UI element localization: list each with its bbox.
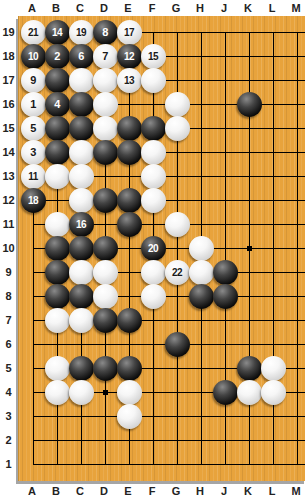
intersection-A19[interactable]: 21 xyxy=(21,20,45,44)
intersection-C14[interactable] xyxy=(69,140,93,164)
stone-D16[interactable] xyxy=(93,92,118,117)
intersection-A13[interactable]: 11 xyxy=(21,164,45,188)
intersection-B5[interactable] xyxy=(45,356,69,380)
intersection-E17[interactable]: 13 xyxy=(117,68,141,92)
stone-B9[interactable] xyxy=(45,260,70,285)
intersection-K11[interactable] xyxy=(237,212,261,236)
stone-H9[interactable] xyxy=(189,260,214,285)
intersection-G19[interactable] xyxy=(165,20,189,44)
intersection-F12[interactable] xyxy=(141,188,165,212)
intersection-H3[interactable] xyxy=(189,404,213,428)
intersection-J19[interactable] xyxy=(213,20,237,44)
intersection-K3[interactable] xyxy=(237,404,261,428)
intersection-E6[interactable] xyxy=(117,332,141,356)
intersection-F4[interactable] xyxy=(141,380,165,404)
intersection-J1[interactable] xyxy=(213,452,237,476)
intersection-L12[interactable] xyxy=(261,188,285,212)
intersection-D7[interactable] xyxy=(93,308,117,332)
intersection-E1[interactable] xyxy=(117,452,141,476)
intersection-L5[interactable] xyxy=(261,356,285,380)
stone-C18[interactable]: 6 xyxy=(69,44,94,69)
stone-D7[interactable] xyxy=(93,308,118,333)
intersection-M2[interactable] xyxy=(285,428,305,452)
stone-K5[interactable] xyxy=(237,356,262,381)
intersection-K9[interactable] xyxy=(237,260,261,284)
intersection-D14[interactable] xyxy=(93,140,117,164)
stone-D17[interactable] xyxy=(93,68,118,93)
stone-B14[interactable] xyxy=(45,140,70,165)
stone-A18[interactable]: 10 xyxy=(21,44,46,69)
stone-F13[interactable] xyxy=(141,164,166,189)
stone-H8[interactable] xyxy=(189,284,214,309)
intersection-C11[interactable]: 16 xyxy=(69,212,93,236)
intersection-E4[interactable] xyxy=(117,380,141,404)
stone-B4[interactable] xyxy=(45,380,70,405)
intersection-G3[interactable] xyxy=(165,404,189,428)
intersection-H4[interactable] xyxy=(189,380,213,404)
intersection-D4[interactable] xyxy=(93,380,117,404)
intersection-L18[interactable] xyxy=(261,44,285,68)
stone-B16[interactable]: 4 xyxy=(45,92,70,117)
stone-C11[interactable]: 16 xyxy=(69,212,94,237)
intersection-H17[interactable] xyxy=(189,68,213,92)
intersection-B18[interactable]: 2 xyxy=(45,44,69,68)
intersection-B9[interactable] xyxy=(45,260,69,284)
intersection-J6[interactable] xyxy=(213,332,237,356)
intersection-G2[interactable] xyxy=(165,428,189,452)
stone-D10[interactable] xyxy=(93,236,118,261)
stone-E19[interactable]: 17 xyxy=(117,20,142,45)
stone-G6[interactable] xyxy=(165,332,190,357)
stone-G9[interactable]: 22 xyxy=(165,260,190,285)
intersection-G7[interactable] xyxy=(165,308,189,332)
intersection-J14[interactable] xyxy=(213,140,237,164)
stone-E5[interactable] xyxy=(117,356,142,381)
intersection-L14[interactable] xyxy=(261,140,285,164)
intersection-L2[interactable] xyxy=(261,428,285,452)
intersection-L15[interactable] xyxy=(261,116,285,140)
intersection-J11[interactable] xyxy=(213,212,237,236)
intersection-L13[interactable] xyxy=(261,164,285,188)
intersection-D12[interactable] xyxy=(93,188,117,212)
intersection-M14[interactable] xyxy=(285,140,305,164)
intersection-G17[interactable] xyxy=(165,68,189,92)
stone-A19[interactable]: 21 xyxy=(21,20,46,45)
intersection-F14[interactable] xyxy=(141,140,165,164)
stone-E14[interactable] xyxy=(117,140,142,165)
intersection-B13[interactable] xyxy=(45,164,69,188)
intersection-K17[interactable] xyxy=(237,68,261,92)
stone-E12[interactable] xyxy=(117,188,142,213)
intersection-D10[interactable] xyxy=(93,236,117,260)
intersection-A15[interactable]: 5 xyxy=(21,116,45,140)
stone-F18[interactable]: 15 xyxy=(141,44,166,69)
intersection-A2[interactable] xyxy=(21,428,45,452)
intersection-C16[interactable] xyxy=(69,92,93,116)
intersection-C10[interactable] xyxy=(69,236,93,260)
intersection-B3[interactable] xyxy=(45,404,69,428)
intersection-G18[interactable] xyxy=(165,44,189,68)
intersection-H15[interactable] xyxy=(189,116,213,140)
intersection-J3[interactable] xyxy=(213,404,237,428)
intersection-C1[interactable] xyxy=(69,452,93,476)
intersection-D3[interactable] xyxy=(93,404,117,428)
intersection-M10[interactable] xyxy=(285,236,305,260)
stone-D9[interactable] xyxy=(93,260,118,285)
intersection-C7[interactable] xyxy=(69,308,93,332)
stone-F15[interactable] xyxy=(141,116,166,141)
stone-J8[interactable] xyxy=(213,284,238,309)
intersection-A16[interactable]: 1 xyxy=(21,92,45,116)
intersection-D13[interactable] xyxy=(93,164,117,188)
stone-E3[interactable] xyxy=(117,404,142,429)
intersection-C17[interactable] xyxy=(69,68,93,92)
intersection-H12[interactable] xyxy=(189,188,213,212)
stone-G15[interactable] xyxy=(165,116,190,141)
intersection-A3[interactable] xyxy=(21,404,45,428)
stone-B13[interactable] xyxy=(45,164,70,189)
stone-D18[interactable]: 7 xyxy=(93,44,118,69)
intersection-J4[interactable] xyxy=(213,380,237,404)
intersection-K10[interactable] xyxy=(237,236,261,260)
stone-F9[interactable] xyxy=(141,260,166,285)
intersection-M5[interactable] xyxy=(285,356,305,380)
intersection-E19[interactable]: 17 xyxy=(117,20,141,44)
intersection-C5[interactable] xyxy=(69,356,93,380)
intersection-D8[interactable] xyxy=(93,284,117,308)
intersection-J15[interactable] xyxy=(213,116,237,140)
stone-J4[interactable] xyxy=(213,380,238,405)
stone-C14[interactable] xyxy=(69,140,94,165)
intersection-J2[interactable] xyxy=(213,428,237,452)
intersection-L11[interactable] xyxy=(261,212,285,236)
intersection-C6[interactable] xyxy=(69,332,93,356)
stone-B5[interactable] xyxy=(45,356,70,381)
stone-C12[interactable] xyxy=(69,188,94,213)
intersection-F8[interactable] xyxy=(141,284,165,308)
intersection-F6[interactable] xyxy=(141,332,165,356)
intersection-F17[interactable] xyxy=(141,68,165,92)
intersection-M17[interactable] xyxy=(285,68,305,92)
intersection-A10[interactable] xyxy=(21,236,45,260)
intersection-M12[interactable] xyxy=(285,188,305,212)
stone-E15[interactable] xyxy=(117,116,142,141)
intersection-K4[interactable] xyxy=(237,380,261,404)
intersection-J16[interactable] xyxy=(213,92,237,116)
intersection-G12[interactable] xyxy=(165,188,189,212)
intersection-J18[interactable] xyxy=(213,44,237,68)
intersection-B11[interactable] xyxy=(45,212,69,236)
stone-B17[interactable] xyxy=(45,68,70,93)
stone-B7[interactable] xyxy=(45,308,70,333)
intersection-H19[interactable] xyxy=(189,20,213,44)
intersection-L6[interactable] xyxy=(261,332,285,356)
intersection-G6[interactable] xyxy=(165,332,189,356)
stone-K16[interactable] xyxy=(237,92,262,117)
stone-D19[interactable]: 8 xyxy=(93,20,118,45)
intersection-D16[interactable] xyxy=(93,92,117,116)
intersection-B4[interactable] xyxy=(45,380,69,404)
stone-A16[interactable]: 1 xyxy=(21,92,46,117)
intersection-C3[interactable] xyxy=(69,404,93,428)
intersection-H13[interactable] xyxy=(189,164,213,188)
intersection-K1[interactable] xyxy=(237,452,261,476)
intersection-A12[interactable]: 18 xyxy=(21,188,45,212)
intersection-H7[interactable] xyxy=(189,308,213,332)
intersection-G10[interactable] xyxy=(165,236,189,260)
intersection-K8[interactable] xyxy=(237,284,261,308)
intersection-L8[interactable] xyxy=(261,284,285,308)
stone-H10[interactable] xyxy=(189,236,214,261)
intersection-B7[interactable] xyxy=(45,308,69,332)
intersection-A11[interactable] xyxy=(21,212,45,236)
intersection-J5[interactable] xyxy=(213,356,237,380)
intersection-G5[interactable] xyxy=(165,356,189,380)
stone-G16[interactable] xyxy=(165,92,190,117)
intersection-C9[interactable] xyxy=(69,260,93,284)
intersection-B15[interactable] xyxy=(45,116,69,140)
intersection-K6[interactable] xyxy=(237,332,261,356)
intersection-D5[interactable] xyxy=(93,356,117,380)
intersection-F16[interactable] xyxy=(141,92,165,116)
intersection-C19[interactable]: 19 xyxy=(69,20,93,44)
intersection-H18[interactable] xyxy=(189,44,213,68)
intersection-G8[interactable] xyxy=(165,284,189,308)
stone-D5[interactable] xyxy=(93,356,118,381)
intersection-A5[interactable] xyxy=(21,356,45,380)
intersection-M7[interactable] xyxy=(285,308,305,332)
stone-D14[interactable] xyxy=(93,140,118,165)
intersection-A4[interactable] xyxy=(21,380,45,404)
intersection-D6[interactable] xyxy=(93,332,117,356)
intersection-A9[interactable] xyxy=(21,260,45,284)
intersection-C8[interactable] xyxy=(69,284,93,308)
stone-C5[interactable] xyxy=(69,356,94,381)
intersection-H6[interactable] xyxy=(189,332,213,356)
intersection-A14[interactable]: 3 xyxy=(21,140,45,164)
intersection-D11[interactable] xyxy=(93,212,117,236)
intersection-G4[interactable] xyxy=(165,380,189,404)
intersection-B8[interactable] xyxy=(45,284,69,308)
stone-F12[interactable] xyxy=(141,188,166,213)
intersection-G1[interactable] xyxy=(165,452,189,476)
intersection-F2[interactable] xyxy=(141,428,165,452)
intersection-K13[interactable] xyxy=(237,164,261,188)
intersection-F5[interactable] xyxy=(141,356,165,380)
stone-B11[interactable] xyxy=(45,212,70,237)
intersection-C13[interactable] xyxy=(69,164,93,188)
intersection-G14[interactable] xyxy=(165,140,189,164)
stone-B18[interactable]: 2 xyxy=(45,44,70,69)
stone-C17[interactable] xyxy=(69,68,94,93)
intersection-L16[interactable] xyxy=(261,92,285,116)
intersection-C15[interactable] xyxy=(69,116,93,140)
intersection-F13[interactable] xyxy=(141,164,165,188)
stone-J9[interactable] xyxy=(213,260,238,285)
stone-C7[interactable] xyxy=(69,308,94,333)
intersection-B2[interactable] xyxy=(45,428,69,452)
intersection-D1[interactable] xyxy=(93,452,117,476)
stone-A14[interactable]: 3 xyxy=(21,140,46,165)
stone-F10[interactable]: 20 xyxy=(141,236,166,261)
intersection-L19[interactable] xyxy=(261,20,285,44)
intersection-D17[interactable] xyxy=(93,68,117,92)
intersection-E12[interactable] xyxy=(117,188,141,212)
stone-C19[interactable]: 19 xyxy=(69,20,94,45)
intersection-K16[interactable] xyxy=(237,92,261,116)
intersection-F19[interactable] xyxy=(141,20,165,44)
stone-A13[interactable]: 11 xyxy=(21,164,46,189)
stone-F8[interactable] xyxy=(141,284,166,309)
stone-A15[interactable]: 5 xyxy=(21,116,46,141)
stone-E18[interactable]: 12 xyxy=(117,44,142,69)
intersection-E13[interactable] xyxy=(117,164,141,188)
intersection-L4[interactable] xyxy=(261,380,285,404)
intersection-K7[interactable] xyxy=(237,308,261,332)
intersection-E11[interactable] xyxy=(117,212,141,236)
intersection-A17[interactable]: 9 xyxy=(21,68,45,92)
intersection-M6[interactable] xyxy=(285,332,305,356)
intersection-D2[interactable] xyxy=(93,428,117,452)
intersection-J7[interactable] xyxy=(213,308,237,332)
intersection-D9[interactable] xyxy=(93,260,117,284)
intersection-L9[interactable] xyxy=(261,260,285,284)
intersection-K2[interactable] xyxy=(237,428,261,452)
intersection-H2[interactable] xyxy=(189,428,213,452)
stone-A17[interactable]: 9 xyxy=(21,68,46,93)
intersection-F11[interactable] xyxy=(141,212,165,236)
intersection-K18[interactable] xyxy=(237,44,261,68)
intersection-L3[interactable] xyxy=(261,404,285,428)
intersection-E7[interactable] xyxy=(117,308,141,332)
stone-D8[interactable] xyxy=(93,284,118,309)
intersection-F15[interactable] xyxy=(141,116,165,140)
intersection-A1[interactable] xyxy=(21,452,45,476)
intersection-M18[interactable] xyxy=(285,44,305,68)
intersection-D15[interactable] xyxy=(93,116,117,140)
stone-B10[interactable] xyxy=(45,236,70,261)
intersection-C18[interactable]: 6 xyxy=(69,44,93,68)
intersection-B10[interactable] xyxy=(45,236,69,260)
stone-C13[interactable] xyxy=(69,164,94,189)
intersection-C12[interactable] xyxy=(69,188,93,212)
intersection-E14[interactable] xyxy=(117,140,141,164)
intersection-F1[interactable] xyxy=(141,452,165,476)
intersection-C2[interactable] xyxy=(69,428,93,452)
intersection-M13[interactable] xyxy=(285,164,305,188)
intersection-H5[interactable] xyxy=(189,356,213,380)
intersection-M11[interactable] xyxy=(285,212,305,236)
intersection-E9[interactable] xyxy=(117,260,141,284)
intersection-A6[interactable] xyxy=(21,332,45,356)
intersection-L1[interactable] xyxy=(261,452,285,476)
intersection-M4[interactable] xyxy=(285,380,305,404)
intersection-H14[interactable] xyxy=(189,140,213,164)
stone-E7[interactable] xyxy=(117,308,142,333)
stone-F14[interactable] xyxy=(141,140,166,165)
intersection-M3[interactable] xyxy=(285,404,305,428)
stone-G11[interactable] xyxy=(165,212,190,237)
intersection-J9[interactable] xyxy=(213,260,237,284)
intersection-E5[interactable] xyxy=(117,356,141,380)
intersection-B16[interactable]: 4 xyxy=(45,92,69,116)
intersection-G11[interactable] xyxy=(165,212,189,236)
intersection-E8[interactable] xyxy=(117,284,141,308)
intersection-E3[interactable] xyxy=(117,404,141,428)
stone-D15[interactable] xyxy=(93,116,118,141)
intersection-J12[interactable] xyxy=(213,188,237,212)
intersection-F9[interactable] xyxy=(141,260,165,284)
stone-K4[interactable] xyxy=(237,380,262,405)
stone-F17[interactable] xyxy=(141,68,166,93)
intersection-B19[interactable]: 14 xyxy=(45,20,69,44)
stone-B15[interactable] xyxy=(45,116,70,141)
intersection-L7[interactable] xyxy=(261,308,285,332)
intersection-B14[interactable] xyxy=(45,140,69,164)
intersection-M1[interactable] xyxy=(285,452,305,476)
intersection-M9[interactable] xyxy=(285,260,305,284)
intersection-H11[interactable] xyxy=(189,212,213,236)
intersection-J17[interactable] xyxy=(213,68,237,92)
intersection-L10[interactable] xyxy=(261,236,285,260)
intersection-F3[interactable] xyxy=(141,404,165,428)
intersection-A7[interactable] xyxy=(21,308,45,332)
intersection-H10[interactable] xyxy=(189,236,213,260)
stone-C16[interactable] xyxy=(69,92,94,117)
intersection-K19[interactable] xyxy=(237,20,261,44)
intersection-J8[interactable] xyxy=(213,284,237,308)
intersection-H16[interactable] xyxy=(189,92,213,116)
stone-C15[interactable] xyxy=(69,116,94,141)
intersection-G16[interactable] xyxy=(165,92,189,116)
intersection-F7[interactable] xyxy=(141,308,165,332)
intersection-K5[interactable] xyxy=(237,356,261,380)
stone-B8[interactable] xyxy=(45,284,70,309)
intersection-A8[interactable] xyxy=(21,284,45,308)
stone-L4[interactable] xyxy=(261,380,286,405)
intersection-K15[interactable] xyxy=(237,116,261,140)
intersection-C4[interactable] xyxy=(69,380,93,404)
intersection-E16[interactable] xyxy=(117,92,141,116)
intersection-M15[interactable] xyxy=(285,116,305,140)
intersection-B1[interactable] xyxy=(45,452,69,476)
intersection-L17[interactable] xyxy=(261,68,285,92)
intersection-F10[interactable]: 20 xyxy=(141,236,165,260)
intersection-M8[interactable] xyxy=(285,284,305,308)
stone-E11[interactable] xyxy=(117,212,142,237)
intersection-B6[interactable] xyxy=(45,332,69,356)
intersection-M19[interactable] xyxy=(285,20,305,44)
stone-A12[interactable]: 18 xyxy=(21,188,46,213)
stone-E4[interactable] xyxy=(117,380,142,405)
intersection-M16[interactable] xyxy=(285,92,305,116)
intersection-G13[interactable] xyxy=(165,164,189,188)
intersection-J10[interactable] xyxy=(213,236,237,260)
intersection-K12[interactable] xyxy=(237,188,261,212)
stone-C10[interactable] xyxy=(69,236,94,261)
intersection-A18[interactable]: 10 xyxy=(21,44,45,68)
stone-C4[interactable] xyxy=(69,380,94,405)
intersection-H9[interactable] xyxy=(189,260,213,284)
intersection-B17[interactable] xyxy=(45,68,69,92)
intersection-B12[interactable] xyxy=(45,188,69,212)
intersection-E2[interactable] xyxy=(117,428,141,452)
intersection-J13[interactable] xyxy=(213,164,237,188)
stone-C9[interactable] xyxy=(69,260,94,285)
intersection-H8[interactable] xyxy=(189,284,213,308)
stone-L5[interactable] xyxy=(261,356,286,381)
stone-B19[interactable]: 14 xyxy=(45,20,70,45)
